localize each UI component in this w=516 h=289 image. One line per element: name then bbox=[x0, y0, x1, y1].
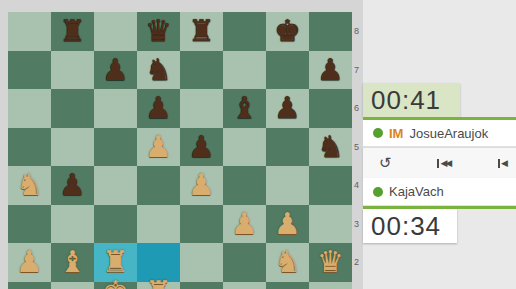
step-triangle: ◀ bbox=[501, 158, 508, 168]
square-f8[interactable] bbox=[223, 12, 266, 51]
step-back-icon[interactable]: ◀ bbox=[498, 158, 508, 168]
white-pawn-a2: ♟ bbox=[16, 247, 43, 277]
white-rook-c2: ♜ bbox=[102, 247, 129, 277]
square-a2[interactable]: ♟ bbox=[8, 243, 51, 282]
black-rook-e8: ♜ bbox=[188, 16, 215, 46]
square-e2[interactable] bbox=[180, 243, 223, 282]
bottom-clock: 00:34 bbox=[363, 209, 457, 243]
square-c8[interactable] bbox=[94, 12, 137, 51]
square-e6[interactable] bbox=[180, 89, 223, 128]
black-pawn-g6: ♟ bbox=[274, 93, 301, 123]
square-g6[interactable]: ♟ bbox=[266, 89, 309, 128]
square-f4[interactable] bbox=[223, 166, 266, 205]
square-g7[interactable] bbox=[266, 51, 309, 90]
square-h7[interactable]: ♟ bbox=[309, 51, 352, 90]
square-h5[interactable]: ♞ bbox=[309, 128, 352, 167]
black-pawn-e5: ♟ bbox=[188, 132, 215, 162]
white-queen-h2: ♛ bbox=[317, 247, 344, 277]
player-name-bottom: KajaVach bbox=[389, 184, 444, 199]
square-b8[interactable]: ♜ bbox=[51, 12, 94, 51]
square-d8[interactable]: ♛ bbox=[137, 12, 180, 51]
white-pawn-g3: ♟ bbox=[274, 209, 301, 239]
square-e5[interactable]: ♟ bbox=[180, 128, 223, 167]
square-c2[interactable]: ♜ bbox=[94, 243, 137, 282]
skip-triangles: ◀◀ bbox=[440, 158, 452, 168]
square-b4[interactable]: ♟ bbox=[51, 166, 94, 205]
square-h6[interactable] bbox=[309, 89, 352, 128]
square-e1[interactable] bbox=[180, 282, 223, 289]
square-h2[interactable]: ♛ bbox=[309, 243, 352, 282]
square-b7[interactable] bbox=[51, 51, 94, 90]
square-h4[interactable] bbox=[309, 166, 352, 205]
square-a4[interactable]: ♞ bbox=[8, 166, 51, 205]
white-knight-a4: ♞ bbox=[16, 170, 43, 200]
black-king-g8: ♚ bbox=[274, 16, 301, 46]
skip-to-start-icon[interactable]: ◀◀ bbox=[437, 158, 452, 168]
square-d3[interactable] bbox=[137, 205, 180, 244]
player-row-bottom[interactable]: KajaVach bbox=[363, 178, 516, 206]
chess-app-screen: ♜♛♜♚♟♞♟♟♝♟♟♟♞♞♟♟♟♟♟♝♜♞♛♚♜ 8765432 00:41 … bbox=[0, 0, 516, 289]
white-pawn-d5: ♟ bbox=[145, 132, 172, 162]
white-bishop-b2: ♝ bbox=[59, 247, 86, 277]
square-a3[interactable] bbox=[8, 205, 51, 244]
square-f1[interactable] bbox=[223, 282, 266, 289]
square-b3[interactable] bbox=[51, 205, 94, 244]
square-h8[interactable] bbox=[309, 12, 352, 51]
white-knight-g2: ♞ bbox=[274, 247, 301, 277]
online-status-dot bbox=[373, 128, 383, 138]
square-d7[interactable]: ♞ bbox=[137, 51, 180, 90]
square-e3[interactable] bbox=[180, 205, 223, 244]
black-pawn-d6: ♟ bbox=[145, 93, 172, 123]
player-row-top[interactable]: IM JosueAraujok bbox=[363, 120, 516, 147]
player-title-badge: IM bbox=[389, 126, 403, 141]
rank-label-6: 6 bbox=[354, 102, 362, 114]
rank-label-4: 4 bbox=[354, 179, 362, 191]
square-c4[interactable] bbox=[94, 166, 137, 205]
black-knight-d7: ♞ bbox=[145, 55, 172, 85]
square-a8[interactable] bbox=[8, 12, 51, 51]
square-h3[interactable] bbox=[309, 205, 352, 244]
square-d6[interactable]: ♟ bbox=[137, 89, 180, 128]
white-pawn-f3: ♟ bbox=[231, 209, 258, 239]
square-c3[interactable] bbox=[94, 205, 137, 244]
square-a7[interactable] bbox=[8, 51, 51, 90]
rank-label-7: 7 bbox=[354, 64, 362, 76]
rank-label-2: 2 bbox=[354, 256, 362, 268]
square-b2[interactable]: ♝ bbox=[51, 243, 94, 282]
rank-label-8: 8 bbox=[354, 25, 362, 37]
chess-board[interactable]: ♜♛♜♚♟♞♟♟♝♟♟♟♞♞♟♟♟♟♟♝♜♞♛♚♜ bbox=[8, 12, 352, 289]
skip-bar bbox=[437, 159, 439, 168]
square-f6[interactable]: ♝ bbox=[223, 89, 266, 128]
rank-label-3: 3 bbox=[354, 218, 362, 230]
step-bar bbox=[498, 159, 500, 168]
square-d4[interactable] bbox=[137, 166, 180, 205]
black-knight-h5: ♞ bbox=[317, 132, 344, 162]
square-f5[interactable] bbox=[223, 128, 266, 167]
square-c5[interactable] bbox=[94, 128, 137, 167]
rank-label-5: 5 bbox=[354, 141, 362, 153]
square-d5[interactable]: ♟ bbox=[137, 128, 180, 167]
online-status-dot bbox=[373, 187, 383, 197]
square-b6[interactable] bbox=[51, 89, 94, 128]
square-c7[interactable]: ♟ bbox=[94, 51, 137, 90]
black-pawn-h7: ♟ bbox=[317, 55, 344, 85]
black-pawn-c7: ♟ bbox=[102, 55, 129, 85]
square-c6[interactable] bbox=[94, 89, 137, 128]
square-e4[interactable]: ♟ bbox=[180, 166, 223, 205]
square-f3[interactable]: ♟ bbox=[223, 205, 266, 244]
black-rook-b8: ♜ bbox=[59, 16, 86, 46]
square-d2[interactable] bbox=[137, 243, 180, 282]
square-a1[interactable] bbox=[8, 282, 51, 289]
black-queen-d8: ♛ bbox=[145, 16, 172, 46]
white-pawn-e4: ♟ bbox=[188, 170, 215, 200]
square-g3[interactable]: ♟ bbox=[266, 205, 309, 244]
square-f7[interactable] bbox=[223, 51, 266, 90]
square-g2[interactable]: ♞ bbox=[266, 243, 309, 282]
square-g8[interactable]: ♚ bbox=[266, 12, 309, 51]
square-b5[interactable] bbox=[51, 128, 94, 167]
square-g1[interactable] bbox=[266, 282, 309, 289]
rotate-icon[interactable]: ↺ bbox=[379, 154, 392, 172]
player-name-top: JosueAraujok bbox=[409, 126, 488, 141]
sidebar: 00:41 IM JosueAraujok ↺ ◀◀ ◀ KajaVach 00… bbox=[363, 0, 516, 289]
black-pawn-b4: ♟ bbox=[59, 170, 86, 200]
square-c1[interactable]: ♚ bbox=[94, 282, 137, 289]
black-bishop-f6: ♝ bbox=[231, 93, 258, 123]
square-b1[interactable] bbox=[51, 282, 94, 289]
square-a6[interactable] bbox=[8, 89, 51, 128]
game-controls: ↺ ◀◀ ◀ bbox=[363, 147, 516, 178]
square-f2[interactable] bbox=[223, 243, 266, 282]
square-a5[interactable] bbox=[8, 128, 51, 167]
top-clock: 00:41 bbox=[363, 83, 460, 117]
square-e7[interactable] bbox=[180, 51, 223, 90]
square-d1[interactable]: ♜ bbox=[137, 282, 180, 289]
square-g4[interactable] bbox=[266, 166, 309, 205]
square-g5[interactable] bbox=[266, 128, 309, 167]
square-e8[interactable]: ♜ bbox=[180, 12, 223, 51]
square-h1[interactable] bbox=[309, 282, 352, 289]
